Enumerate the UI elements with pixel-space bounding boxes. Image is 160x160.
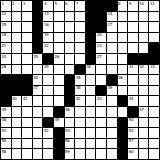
cell-r12c9[interactable] — [96, 128, 106, 138]
cell-r14c12[interactable]: 60 — [128, 149, 138, 159]
cell-r14c2[interactable] — [22, 149, 32, 159]
cell-r13c1[interactable] — [12, 139, 22, 149]
cell-r6c14[interactable]: 33 — [149, 65, 159, 75]
block-cell-r4c8 — [86, 43, 96, 53]
clue-number-33: 33 — [150, 65, 155, 70]
cell-r2c12[interactable] — [128, 22, 138, 32]
block-cell-r0c10 — [107, 1, 117, 11]
cell-r0c5[interactable]: 5 — [54, 1, 64, 11]
block-cell-r14c5 — [54, 149, 64, 159]
cell-r13c12[interactable]: 57 — [128, 139, 138, 149]
cell-r14c10[interactable] — [107, 149, 117, 159]
cell-r10c10[interactable] — [107, 107, 117, 117]
cell-r6c6[interactable] — [65, 65, 75, 75]
cell-r3c12[interactable] — [128, 33, 138, 43]
cell-r9c3[interactable] — [33, 96, 43, 106]
cell-r5c10[interactable] — [107, 54, 117, 64]
cell-r8c14[interactable] — [149, 86, 159, 96]
clue-number-11: 11 — [150, 1, 155, 6]
cell-r8c13[interactable] — [139, 86, 149, 96]
clue-number-58: 58 — [2, 149, 7, 154]
cell-r12c10[interactable] — [107, 128, 117, 138]
cell-r8c8[interactable] — [86, 86, 96, 96]
clue-number-54: 54 — [129, 128, 134, 133]
cell-r4c10[interactable] — [107, 43, 117, 53]
cell-r11c8[interactable] — [86, 118, 96, 128]
cell-r14c8[interactable] — [86, 149, 96, 159]
clue-number-16: 16 — [44, 22, 49, 27]
cell-r6c12[interactable]: 31 — [128, 65, 138, 75]
clue-number-45: 45 — [2, 107, 7, 112]
cell-r6c4[interactable]: 29 — [43, 65, 53, 75]
cell-r3c13[interactable] — [139, 33, 149, 43]
cell-r1c10[interactable]: 14 — [107, 12, 117, 22]
clue-number-48: 48 — [2, 118, 7, 123]
cell-r1c4[interactable]: 13 — [43, 12, 53, 22]
cell-r9c7[interactable]: 42 — [75, 96, 85, 106]
cell-r13c4[interactable] — [43, 139, 53, 149]
clue-number-6: 6 — [65, 1, 67, 6]
cell-r8c5[interactable] — [54, 86, 64, 96]
block-cell-r13c11 — [118, 139, 128, 149]
cell-r14c6[interactable]: 59 — [65, 149, 75, 159]
block-cell-r5c8 — [86, 54, 96, 64]
cell-r1c14[interactable] — [149, 12, 159, 22]
clue-number-40: 40 — [12, 96, 17, 101]
clue-number-37: 37 — [33, 86, 38, 91]
crossword-puzzle: 1234567891011121314151617181920212223242… — [0, 0, 160, 160]
cell-r4c6[interactable] — [65, 43, 75, 53]
clue-number-9: 9 — [129, 1, 131, 6]
block-cell-r9c0 — [1, 96, 11, 106]
cell-r4c1[interactable] — [12, 43, 22, 53]
cell-r6c3[interactable] — [33, 65, 43, 75]
block-cell-r12c11 — [118, 128, 128, 138]
cell-r6c9[interactable] — [96, 65, 106, 75]
block-cell-r3c3 — [33, 33, 43, 43]
cell-r6c8[interactable]: 30 — [86, 65, 96, 75]
cell-r4c2[interactable] — [22, 43, 32, 53]
cell-r0c12[interactable]: 9 — [128, 1, 138, 11]
cell-r10c11[interactable] — [118, 107, 128, 117]
cell-r9c5[interactable] — [54, 96, 64, 106]
clue-number-26: 26 — [55, 54, 60, 59]
cell-r0c14[interactable]: 11 — [149, 1, 159, 11]
block-cell-r8c6 — [65, 86, 75, 96]
cell-r14c7[interactable] — [75, 149, 85, 159]
clue-number-27: 27 — [97, 54, 102, 59]
cell-r0c1[interactable]: 2 — [12, 1, 22, 11]
cell-r10c8[interactable] — [86, 107, 96, 117]
cell-r12c12[interactable]: 54 — [128, 128, 138, 138]
clue-number-22: 22 — [44, 43, 49, 48]
cell-r8c7[interactable]: 38 — [75, 86, 85, 96]
cell-r3c4[interactable]: 19 — [43, 33, 53, 43]
cell-r3c0[interactable]: 18 — [1, 33, 11, 43]
cell-r12c2[interactable] — [22, 128, 32, 138]
cell-r11c2[interactable] — [22, 118, 32, 128]
cell-r4c0[interactable]: 21 — [1, 43, 11, 53]
clue-number-17: 17 — [108, 22, 113, 27]
cell-r12c0[interactable]: 51 — [1, 128, 11, 138]
cell-r7c7[interactable]: 35 — [75, 75, 85, 85]
cell-r2c6[interactable] — [65, 22, 75, 32]
block-cell-r7c6 — [65, 75, 75, 85]
cell-r3c5[interactable] — [54, 33, 64, 43]
clue-number-29: 29 — [44, 65, 49, 70]
cell-r3c9[interactable]: 20 — [96, 33, 106, 43]
clue-number-3: 3 — [23, 1, 25, 6]
block-cell-r8c9 — [96, 86, 106, 96]
cell-r11c1[interactable] — [12, 118, 22, 128]
cell-r12c14[interactable] — [149, 128, 159, 138]
block-cell-r5c4 — [43, 54, 53, 64]
cell-r14c1[interactable] — [12, 149, 22, 159]
cell-r8c3[interactable]: 37 — [33, 86, 43, 96]
cell-r1c1[interactable] — [12, 12, 22, 22]
cell-r10c13[interactable]: 47 — [139, 107, 149, 117]
cell-r1c5[interactable] — [54, 12, 64, 22]
cell-r3c10[interactable] — [107, 33, 117, 43]
cell-r11c3[interactable] — [33, 118, 43, 128]
block-cell-r7c10 — [107, 75, 117, 85]
cell-r1c0[interactable]: 12 — [1, 12, 11, 22]
cell-r2c11[interactable] — [118, 22, 128, 32]
cell-r13c6[interactable]: 56 — [65, 139, 75, 149]
cell-r2c0[interactable]: 15 — [1, 22, 11, 32]
cell-r9c14[interactable] — [149, 96, 159, 106]
cell-r6c1[interactable] — [12, 65, 22, 75]
cell-r10c6[interactable]: 46 — [65, 107, 75, 117]
clue-number-50: 50 — [129, 118, 134, 123]
cell-r11c6[interactable] — [65, 118, 75, 128]
cell-r9c2[interactable]: 41 — [22, 96, 32, 106]
cell-r6c11[interactable] — [118, 65, 128, 75]
cell-r13c13[interactable] — [139, 139, 149, 149]
clue-number-57: 57 — [129, 139, 134, 144]
cell-r3c11[interactable] — [118, 33, 128, 43]
cell-r1c6[interactable] — [65, 12, 75, 22]
cell-r12c4[interactable]: 52 — [43, 128, 53, 138]
cell-r13c3[interactable] — [33, 139, 43, 149]
cell-r5c0[interactable]: 24 — [1, 54, 11, 64]
clue-number-25: 25 — [33, 54, 38, 59]
crossword-grid: 1234567891011121314151617181920212223242… — [0, 0, 160, 160]
block-cell-r8c1 — [12, 86, 22, 96]
clue-number-43: 43 — [97, 96, 102, 101]
clue-number-12: 12 — [2, 12, 7, 17]
cell-r2c1[interactable] — [12, 22, 22, 32]
clue-number-36: 36 — [118, 75, 123, 80]
cell-r1c12[interactable] — [128, 12, 138, 22]
cell-r4c13[interactable] — [139, 43, 149, 53]
cell-r9c10[interactable] — [107, 96, 117, 106]
cell-r1c11[interactable] — [118, 12, 128, 22]
cell-r2c10[interactable]: 17 — [107, 22, 117, 32]
cell-r13c9[interactable] — [96, 139, 106, 149]
block-cell-r4c14 — [149, 43, 159, 53]
cell-r14c3[interactable] — [33, 149, 43, 159]
cell-r13c0[interactable]: 55 — [1, 139, 11, 149]
cell-r13c2[interactable] — [22, 139, 32, 149]
cell-r3c14[interactable] — [149, 33, 159, 43]
cell-r2c2[interactable] — [22, 22, 32, 32]
cell-r11c13[interactable] — [139, 118, 149, 128]
block-cell-r11c4 — [43, 118, 53, 128]
block-cell-r7c0 — [1, 75, 11, 85]
cell-r4c5[interactable] — [54, 43, 64, 53]
cell-r1c7[interactable] — [75, 12, 85, 22]
cell-r6c0[interactable]: 28 — [1, 65, 11, 75]
clue-number-18: 18 — [2, 33, 7, 38]
cell-r0c0[interactable]: 1 — [1, 1, 11, 11]
cell-r14c9[interactable] — [96, 149, 106, 159]
block-cell-r7c1 — [12, 75, 22, 85]
block-cell-r12c5 — [54, 128, 64, 138]
block-cell-r2c3 — [33, 22, 43, 32]
block-cell-r10c5 — [54, 107, 64, 117]
clue-number-1: 1 — [2, 1, 4, 6]
cell-r7c9[interactable] — [96, 75, 106, 85]
block-cell-r3c8 — [86, 33, 96, 43]
block-cell-r8c2 — [22, 86, 32, 96]
cell-r2c5[interactable] — [54, 22, 64, 32]
block-cell-r4c3 — [33, 43, 43, 53]
clue-number-60: 60 — [129, 149, 134, 154]
clue-number-20: 20 — [97, 33, 102, 38]
cell-r2c14[interactable] — [149, 22, 159, 32]
cell-r4c11[interactable] — [118, 43, 128, 53]
cell-r2c13[interactable] — [139, 22, 149, 32]
clue-number-46: 46 — [65, 107, 70, 112]
cell-r13c7[interactable] — [75, 139, 85, 149]
cell-r1c13[interactable] — [139, 12, 149, 22]
cell-r6c10[interactable] — [107, 65, 117, 75]
cell-r4c7[interactable] — [75, 43, 85, 53]
clue-number-56: 56 — [65, 139, 70, 144]
clue-number-30: 30 — [86, 65, 91, 70]
cell-r10c1[interactable] — [12, 107, 22, 117]
clue-number-39: 39 — [108, 86, 113, 91]
cell-r10c2[interactable] — [22, 107, 32, 117]
cell-r7c4[interactable] — [43, 75, 53, 85]
cell-r7c5[interactable] — [54, 75, 64, 85]
clue-number-14: 14 — [108, 12, 113, 17]
cell-r9c4[interactable] — [43, 96, 53, 106]
clue-number-52: 52 — [44, 128, 49, 133]
clue-number-41: 41 — [23, 96, 28, 101]
cell-r10c14[interactable] — [149, 107, 159, 117]
cell-r10c7[interactable] — [75, 107, 85, 117]
cell-r0c6[interactable]: 6 — [65, 1, 75, 11]
cell-r9c13[interactable] — [139, 96, 149, 106]
cell-r4c9[interactable]: 23 — [96, 43, 106, 53]
block-cell-r0c9 — [96, 1, 106, 11]
clue-number-53: 53 — [65, 128, 70, 133]
cell-r9c8[interactable] — [86, 96, 96, 106]
cell-r3c7[interactable] — [75, 33, 85, 43]
clue-number-47: 47 — [139, 107, 144, 112]
cell-r0c11[interactable]: 8 — [118, 1, 128, 11]
cell-r12c3[interactable] — [33, 128, 43, 138]
block-cell-r1c8 — [86, 12, 96, 22]
cell-r11c0[interactable]: 48 — [1, 118, 11, 128]
cell-r11c14[interactable] — [149, 118, 159, 128]
clue-number-51: 51 — [2, 128, 7, 133]
clue-number-10: 10 — [139, 1, 144, 6]
block-cell-r9c6 — [65, 96, 75, 106]
block-cell-r0c8 — [86, 1, 96, 11]
clue-number-44: 44 — [129, 96, 134, 101]
clue-number-15: 15 — [2, 22, 7, 27]
cell-r0c7[interactable]: 7 — [75, 1, 85, 11]
cell-r11c10[interactable] — [107, 118, 117, 128]
cell-r6c5[interactable] — [54, 65, 64, 75]
cell-r13c10[interactable] — [107, 139, 117, 149]
clue-number-42: 42 — [76, 96, 81, 101]
clue-number-55: 55 — [2, 139, 7, 144]
block-cell-r2c8 — [86, 22, 96, 32]
cell-r2c4[interactable]: 16 — [43, 22, 53, 32]
cell-r6c13[interactable]: 32 — [139, 65, 149, 75]
clue-number-21: 21 — [2, 43, 7, 48]
cell-r12c8[interactable] — [86, 128, 96, 138]
clue-number-8: 8 — [118, 1, 120, 6]
cell-r0c2[interactable]: 3 — [22, 1, 32, 11]
clue-number-2: 2 — [12, 1, 14, 6]
cell-r4c12[interactable] — [128, 43, 138, 53]
block-cell-r10c12 — [128, 107, 138, 117]
cell-r8c11[interactable] — [118, 86, 128, 96]
cell-r7c11[interactable]: 36 — [118, 75, 128, 85]
cell-r12c1[interactable] — [12, 128, 22, 138]
block-cell-r5c13 — [139, 54, 149, 64]
block-cell-r5c14 — [149, 54, 159, 64]
clue-number-24: 24 — [2, 54, 7, 59]
cell-r11c12[interactable]: 50 — [128, 118, 138, 128]
block-cell-r8c0 — [1, 86, 11, 96]
clue-number-4: 4 — [44, 1, 46, 6]
cell-r5c11[interactable] — [118, 54, 128, 64]
block-cell-r6c7 — [75, 65, 85, 75]
clue-number-19: 19 — [44, 33, 49, 38]
block-cell-r11c11 — [118, 118, 128, 128]
cell-r7c14[interactable] — [149, 75, 159, 85]
cell-r12c13[interactable] — [139, 128, 149, 138]
cell-r5c6[interactable] — [65, 54, 75, 64]
cell-r7c3[interactable]: 34 — [33, 75, 43, 85]
cell-r2c7[interactable] — [75, 22, 85, 32]
block-cell-r1c9 — [96, 12, 106, 22]
cell-r7c8[interactable] — [86, 75, 96, 85]
cell-r14c4[interactable] — [43, 149, 53, 159]
cell-r5c5[interactable]: 26 — [54, 54, 64, 64]
cell-r9c9[interactable]: 43 — [96, 96, 106, 106]
cell-r5c2[interactable] — [22, 54, 32, 64]
cell-r10c4[interactable] — [43, 107, 53, 117]
cell-r8c4[interactable] — [43, 86, 53, 96]
cell-r6c2[interactable] — [22, 65, 32, 75]
cell-r5c1[interactable] — [12, 54, 22, 64]
cell-r0c13[interactable]: 10 — [139, 1, 149, 11]
clue-number-28: 28 — [2, 65, 7, 70]
cell-r4c4[interactable]: 22 — [43, 43, 53, 53]
cell-r14c0[interactable]: 58 — [1, 149, 11, 159]
clue-number-59: 59 — [65, 149, 70, 154]
cell-r7c13[interactable] — [139, 75, 149, 85]
clue-number-7: 7 — [76, 1, 78, 6]
clue-number-5: 5 — [55, 1, 57, 6]
clue-number-31: 31 — [129, 65, 134, 70]
cell-r11c7[interactable] — [75, 118, 85, 128]
clue-number-35: 35 — [76, 75, 81, 80]
cell-r11c5[interactable]: 49 — [54, 118, 64, 128]
cell-r14c13[interactable] — [139, 149, 149, 159]
cell-r5c7[interactable] — [75, 54, 85, 64]
cell-r13c14[interactable] — [149, 139, 159, 149]
block-cell-r0c3 — [33, 1, 43, 11]
cell-r5c9[interactable]: 27 — [96, 54, 106, 64]
cell-r10c3[interactable] — [33, 107, 43, 117]
clue-number-23: 23 — [97, 43, 102, 48]
cell-r9c12[interactable]: 44 — [128, 96, 138, 106]
cell-r11c9[interactable] — [96, 118, 106, 128]
clue-number-34: 34 — [33, 75, 38, 80]
cell-r12c6[interactable]: 53 — [65, 128, 75, 138]
clue-number-32: 32 — [139, 65, 144, 70]
cell-r13c8[interactable] — [86, 139, 96, 149]
cell-r10c0[interactable]: 45 — [1, 107, 11, 117]
cell-r8c12[interactable] — [128, 86, 138, 96]
block-cell-r1c3 — [33, 12, 43, 22]
cell-r5c3[interactable]: 25 — [33, 54, 43, 64]
block-cell-r2c9 — [96, 22, 106, 32]
block-cell-r9c11 — [118, 96, 128, 106]
clue-number-38: 38 — [76, 86, 81, 91]
cell-r14c14[interactable] — [149, 149, 159, 159]
block-cell-r14c11 — [118, 149, 128, 159]
block-cell-r5c12 — [128, 54, 138, 64]
cell-r1c2[interactable] — [22, 12, 32, 22]
cell-r3c6[interactable] — [65, 33, 75, 43]
cell-r8c10[interactable]: 39 — [107, 86, 117, 96]
cell-r9c1[interactable]: 40 — [12, 96, 22, 106]
cell-r3c1[interactable] — [12, 33, 22, 43]
clue-number-13: 13 — [44, 12, 49, 17]
block-cell-r13c5 — [54, 139, 64, 149]
cell-r3c2[interactable] — [22, 33, 32, 43]
block-cell-r7c2 — [22, 75, 32, 85]
cell-r10c9[interactable] — [96, 107, 106, 117]
cell-r0c4[interactable]: 4 — [43, 1, 53, 11]
clue-number-49: 49 — [55, 118, 60, 123]
cell-r7c12[interactable] — [128, 75, 138, 85]
cell-r12c7[interactable] — [75, 128, 85, 138]
